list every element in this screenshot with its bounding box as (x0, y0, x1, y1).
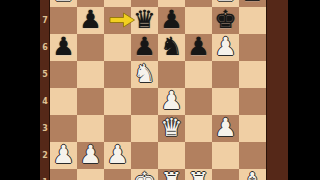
rank-label-7: 7 (41, 16, 49, 25)
piece-white-knight-d5: ♞ (133, 60, 155, 87)
square-f4 (185, 88, 212, 115)
piece-white-pawn-c2: ♟ (106, 141, 128, 168)
square-h6 (239, 34, 266, 61)
square-c7 (104, 7, 131, 34)
square-g3: ♟ (212, 115, 239, 142)
square-b1 (77, 169, 104, 180)
piece-black-rook-h8: ♜ (241, 0, 263, 6)
piece-black-knight-e6: ♞ (160, 33, 182, 60)
piece-white-king-d1: ♚ (133, 168, 155, 180)
square-f2 (185, 142, 212, 169)
piece-black-pawn-e7: ♟ (160, 6, 182, 33)
square-e5 (158, 61, 185, 88)
square-a5 (50, 61, 77, 88)
piece-black-pawn-a6: ♟ (52, 33, 74, 60)
piece-white-rook-a8: ♜ (52, 0, 74, 6)
board: ♜♜♜♟♛♟♚♟♟♞♟♟♞♟♛♟♟♟♟♚♜♜♝ (49, 0, 267, 180)
square-f3 (185, 115, 212, 142)
square-g7: ♚ (212, 7, 239, 34)
square-b5 (77, 61, 104, 88)
rank-label-4: 4 (41, 97, 49, 106)
letterbox-left (0, 0, 40, 180)
rank-label-6: 6 (41, 43, 49, 52)
square-c6 (104, 34, 131, 61)
square-c8 (104, 0, 131, 7)
square-a3 (50, 115, 77, 142)
square-b7: ♟ (77, 7, 104, 34)
rank-label-5: 5 (41, 70, 49, 79)
square-h4 (239, 88, 266, 115)
square-a2: ♟ (50, 142, 77, 169)
square-f1: ♜ (185, 169, 212, 180)
chess-video-frame: ♜♜♜♟♛♟♚♟♟♞♟♟♞♟♛♟♟♟♟♚♜♜♝ 87654321 (0, 0, 320, 180)
piece-white-pawn-g3: ♟ (214, 114, 236, 141)
letterbox-right (288, 0, 320, 180)
square-e6: ♞ (158, 34, 185, 61)
piece-white-pawn-g6: ♟ (214, 33, 236, 60)
square-b6 (77, 34, 104, 61)
piece-white-bishop-h1: ♝ (241, 168, 263, 180)
square-a4 (50, 88, 77, 115)
square-d6: ♟ (131, 34, 158, 61)
square-d7: ♛ (131, 7, 158, 34)
piece-white-pawn-a2: ♟ (52, 141, 74, 168)
square-e1: ♜ (158, 169, 185, 180)
square-h2 (239, 142, 266, 169)
square-c3 (104, 115, 131, 142)
square-d1: ♚ (131, 169, 158, 180)
square-c4 (104, 88, 131, 115)
square-a7 (50, 7, 77, 34)
piece-black-king-g7: ♚ (214, 6, 236, 33)
square-f7 (185, 7, 212, 34)
square-d2 (131, 142, 158, 169)
square-f5 (185, 61, 212, 88)
square-h1: ♝ (239, 169, 266, 180)
square-f8 (185, 0, 212, 7)
square-d4 (131, 88, 158, 115)
square-c2: ♟ (104, 142, 131, 169)
square-h7 (239, 7, 266, 34)
square-g1 (212, 169, 239, 180)
square-h3 (239, 115, 266, 142)
square-d5: ♞ (131, 61, 158, 88)
square-b2: ♟ (77, 142, 104, 169)
square-d3 (131, 115, 158, 142)
square-f6: ♟ (185, 34, 212, 61)
square-b4 (77, 88, 104, 115)
piece-black-pawn-f6: ♟ (187, 33, 209, 60)
rank-label-2: 2 (41, 151, 49, 160)
square-e7: ♟ (158, 7, 185, 34)
square-a6: ♟ (50, 34, 77, 61)
square-e4: ♟ (158, 88, 185, 115)
piece-white-rook-e1: ♜ (160, 168, 182, 180)
piece-white-pawn-e4: ♟ (160, 87, 182, 114)
square-h8: ♜ (239, 0, 266, 7)
square-c1 (104, 169, 131, 180)
square-g4 (212, 88, 239, 115)
rank-label-1: 1 (41, 178, 49, 180)
rank-label-3: 3 (41, 124, 49, 133)
piece-black-pawn-b7: ♟ (79, 6, 101, 33)
piece-white-queen-e3: ♛ (160, 114, 182, 141)
square-b3 (77, 115, 104, 142)
piece-white-pawn-b2: ♟ (79, 141, 101, 168)
piece-black-pawn-d6: ♟ (133, 33, 155, 60)
square-a1 (50, 169, 77, 180)
square-g5 (212, 61, 239, 88)
square-a8: ♜ (50, 0, 77, 7)
piece-white-rook-f1: ♜ (187, 168, 209, 180)
square-e2 (158, 142, 185, 169)
square-e3: ♛ (158, 115, 185, 142)
piece-black-queen-d7: ♛ (133, 6, 155, 33)
square-h5 (239, 61, 266, 88)
square-c5 (104, 61, 131, 88)
square-g2 (212, 142, 239, 169)
square-g6: ♟ (212, 34, 239, 61)
